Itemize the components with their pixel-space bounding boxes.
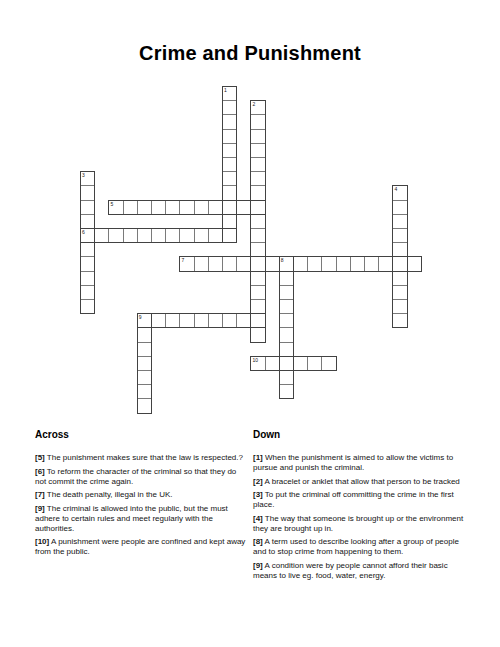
- grid-cell-r14c0[interactable]: [80, 285, 95, 300]
- grid-cell-r7c10[interactable]: [222, 185, 237, 200]
- grid-cell-r11c0[interactable]: [80, 242, 95, 257]
- grid-cell-r15c22[interactable]: [392, 299, 407, 314]
- grid-cell-r20c14[interactable]: [279, 370, 294, 385]
- grid-cell-r10c10[interactable]: [222, 228, 237, 243]
- grid-cell-r8c0[interactable]: [80, 200, 95, 215]
- grid-cell-r8c12[interactable]: [250, 200, 265, 215]
- grid-cell-r18c4[interactable]: [137, 342, 152, 357]
- cell-number: 9: [139, 314, 142, 320]
- grid-cell-r19c14[interactable]: [279, 356, 294, 371]
- grid-cell-r10c6[interactable]: [165, 228, 180, 243]
- grid-cell-r12c9[interactable]: [208, 256, 223, 271]
- grid-cell-r2c10[interactable]: [222, 114, 237, 129]
- grid-cell-r9c10[interactable]: [222, 214, 237, 229]
- grid-cell-r12c22[interactable]: [392, 256, 407, 271]
- grid-cell-r10c9[interactable]: [208, 228, 223, 243]
- grid-cell-r7c12[interactable]: [250, 185, 265, 200]
- grid-cell-r3c12[interactable]: [250, 129, 265, 144]
- clue-number: [9]: [35, 504, 45, 513]
- grid-cell-r10c8[interactable]: [194, 228, 209, 243]
- cell-number: 3: [82, 172, 85, 178]
- grid-cell-r7c0[interactable]: [80, 185, 95, 200]
- grid-cell-r12c13[interactable]: [265, 256, 280, 271]
- grid-cell-r12c14[interactable]: 8: [279, 256, 294, 271]
- cell-number: 4: [394, 186, 397, 192]
- grid-cell-r12c18[interactable]: [336, 256, 351, 271]
- grid-cell-r10c4[interactable]: [137, 228, 152, 243]
- grid-cell-r12c7[interactable]: 7: [179, 256, 194, 271]
- grid-cell-r19c15[interactable]: [293, 356, 308, 371]
- across-header: Across: [35, 429, 248, 440]
- grid-cell-r12c17[interactable]: [321, 256, 336, 271]
- clue-down-4: [4] The way that someone is brought up o…: [253, 514, 466, 534]
- clue-down-2: [2] A bracelet or anklet that allow that…: [253, 477, 466, 487]
- grid-cell-r12c11[interactable]: [236, 256, 251, 271]
- grid-cell-r7c22[interactable]: 4: [392, 185, 407, 200]
- grid-cell-r6c10[interactable]: [222, 171, 237, 186]
- grid-cell-r8c6[interactable]: [165, 200, 180, 215]
- clue-number: [1]: [253, 453, 263, 462]
- grid-cell-r17c12[interactable]: [250, 327, 265, 342]
- grid-cell-r19c4[interactable]: [137, 356, 152, 371]
- grid-cell-r10c22[interactable]: [392, 228, 407, 243]
- clue-down-3: [3] To put the criminal off committing t…: [253, 490, 466, 510]
- clue-number: [7]: [35, 490, 45, 499]
- grid-cell-r16c22[interactable]: [392, 313, 407, 328]
- grid-cell-r13c22[interactable]: [392, 271, 407, 286]
- grid-cell-r16c12[interactable]: [250, 313, 265, 328]
- grid-cell-r15c14[interactable]: [279, 299, 294, 314]
- grid-cell-r8c10[interactable]: [222, 200, 237, 215]
- grid-cell-r15c0[interactable]: [80, 299, 95, 314]
- down-header: Down: [253, 429, 466, 440]
- cell-number: 5: [110, 201, 113, 207]
- grid-cell-r12c12[interactable]: [250, 256, 265, 271]
- grid-cell-r16c9[interactable]: [208, 313, 223, 328]
- clue-across-5: [5] The punishment makes sure that the l…: [35, 453, 248, 463]
- down-clue-list: [1] When the punishment is aimed to allo…: [253, 453, 466, 581]
- grid-cell-r8c22[interactable]: [392, 200, 407, 215]
- grid-cell-r4c10[interactable]: [222, 143, 237, 158]
- grid-cell-r14c22[interactable]: [392, 285, 407, 300]
- grid-cell-r16c11[interactable]: [236, 313, 251, 328]
- across-clues-section: Across [5] The punishment makes sure tha…: [35, 429, 248, 561]
- grid-cell-r8c8[interactable]: [194, 200, 209, 215]
- grid-cell-r19c16[interactable]: [307, 356, 322, 371]
- grid-cell-r9c0[interactable]: [80, 214, 95, 229]
- grid-cell-r8c5[interactable]: [151, 200, 166, 215]
- grid-cell-r6c12[interactable]: [250, 171, 265, 186]
- clue-number: [2]: [253, 477, 263, 486]
- grid-cell-r19c17[interactable]: [321, 356, 336, 371]
- grid-cell-r20c4[interactable]: [137, 370, 152, 385]
- grid-cell-r6c0[interactable]: 3: [80, 171, 95, 186]
- grid-cell-r3c10[interactable]: [222, 129, 237, 144]
- grid-cell-r16c7[interactable]: [179, 313, 194, 328]
- clue-number: [4]: [253, 514, 263, 523]
- grid-cell-r9c22[interactable]: [392, 214, 407, 229]
- grid-cell-r19c13[interactable]: [265, 356, 280, 371]
- crossword-grid: 12364578910: [80, 86, 422, 415]
- grid-cell-r5c12[interactable]: [250, 157, 265, 172]
- grid-cell-r12c15[interactable]: [293, 256, 308, 271]
- grid-cell-r16c5[interactable]: [151, 313, 166, 328]
- cell-number: 8: [281, 257, 284, 263]
- grid-cell-r16c10[interactable]: [222, 313, 237, 328]
- grid-cell-r1c10[interactable]: [222, 100, 237, 115]
- grid-cell-r10c2[interactable]: [108, 228, 123, 243]
- grid-cell-r12c23[interactable]: [407, 256, 422, 271]
- grid-cell-r12c16[interactable]: [307, 256, 322, 271]
- grid-cell-r22c4[interactable]: [137, 398, 152, 413]
- grid-cell-r12c8[interactable]: [194, 256, 209, 271]
- grid-cell-r16c8[interactable]: [194, 313, 209, 328]
- grid-cell-r16c4[interactable]: 9: [137, 313, 152, 328]
- grid-cell-r10c5[interactable]: [151, 228, 166, 243]
- grid-cell-r8c2[interactable]: 5: [108, 200, 123, 215]
- clue-down-9: [9] A condition were by people cannot af…: [253, 561, 466, 581]
- grid-cell-r13c0[interactable]: [80, 271, 95, 286]
- clue-number: [9]: [253, 561, 263, 570]
- grid-cell-r8c11[interactable]: [236, 200, 251, 215]
- grid-cell-r8c4[interactable]: [137, 200, 152, 215]
- grid-cell-r13c14[interactable]: [279, 271, 294, 286]
- grid-cell-r4c12[interactable]: [250, 143, 265, 158]
- clue-across-6: [6] To reform the character of the crimi…: [35, 467, 248, 487]
- grid-cell-r21c14[interactable]: [279, 384, 294, 399]
- grid-cell-r11c22[interactable]: [392, 242, 407, 257]
- grid-cell-r19c12[interactable]: 10: [250, 356, 265, 371]
- grid-cell-r12c0[interactable]: [80, 256, 95, 271]
- clue-across-9: [9] The criminal is allowed into the pub…: [35, 504, 248, 534]
- cell-number: 6: [82, 229, 85, 235]
- clue-number: [6]: [35, 467, 45, 476]
- grid-cell-r12c19[interactable]: [350, 256, 365, 271]
- grid-cell-r8c7[interactable]: [179, 200, 194, 215]
- clue-down-1: [1] When the punishment is aimed to allo…: [253, 453, 466, 473]
- clue-across-10: [10] A punishment were people are confin…: [35, 537, 248, 557]
- grid-cell-r13c12[interactable]: [250, 271, 265, 286]
- grid-cell-r10c0[interactable]: 6: [80, 228, 95, 243]
- grid-cell-r14c14[interactable]: [279, 285, 294, 300]
- grid-cell-r9c12[interactable]: [250, 214, 265, 229]
- grid-cell-r16c14[interactable]: [279, 313, 294, 328]
- grid-cell-r16c6[interactable]: [165, 313, 180, 328]
- grid-cell-r17c14[interactable]: [279, 327, 294, 342]
- grid-cell-r11c12[interactable]: [250, 242, 265, 257]
- grid-cell-r12c10[interactable]: [222, 256, 237, 271]
- down-clues-section: Down [1] When the punishment is aimed to…: [253, 429, 466, 584]
- cell-number: 7: [181, 257, 184, 263]
- cell-number: 10: [252, 357, 258, 363]
- cell-number: 2: [252, 101, 255, 107]
- grid-cell-r10c1[interactable]: [94, 228, 109, 243]
- grid-cell-r5c10[interactable]: [222, 157, 237, 172]
- clue-down-8: [8] A term used to describe looking afte…: [253, 537, 466, 557]
- page-title: Crime and Punishment: [0, 42, 500, 65]
- grid-cell-r8c3[interactable]: [123, 200, 138, 215]
- grid-cell-r21c4[interactable]: [137, 384, 152, 399]
- grid-cell-r2c12[interactable]: [250, 114, 265, 129]
- grid-cell-r17c4[interactable]: [137, 327, 152, 342]
- grid-cell-r12c20[interactable]: [364, 256, 379, 271]
- grid-cell-r1c12[interactable]: 2: [250, 100, 265, 115]
- grid-cell-r14c12[interactable]: [250, 285, 265, 300]
- clue-number: [3]: [253, 490, 263, 499]
- grid-cell-r12c21[interactable]: [378, 256, 393, 271]
- clue-number: [10]: [35, 537, 49, 546]
- across-clue-list: [5] The punishment makes sure that the l…: [35, 453, 248, 557]
- clue-across-7: [7] The death penalty, illegal in the UK…: [35, 490, 248, 500]
- grid-cell-r15c12[interactable]: [250, 299, 265, 314]
- clue-number: [5]: [35, 453, 45, 462]
- clue-number: [8]: [253, 537, 263, 546]
- grid-cell-r10c3[interactable]: [123, 228, 138, 243]
- cell-number: 1: [224, 87, 227, 93]
- grid-cell-r18c14[interactable]: [279, 342, 294, 357]
- grid-cell-r8c9[interactable]: [208, 200, 223, 215]
- grid-cell-r0c10[interactable]: 1: [222, 86, 237, 101]
- grid-cell-r10c12[interactable]: [250, 228, 265, 243]
- grid-cell-r10c7[interactable]: [179, 228, 194, 243]
